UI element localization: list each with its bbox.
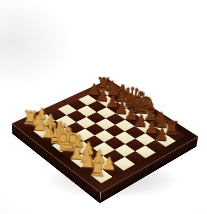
square-e3 (84, 135, 105, 148)
product-photo-stage: ♜♞♝♛♚♝♞♜♟♟♟♟♟♟♟♟♟♟♟♟♟♟♟♟♜♞♝♛♚♝♞♜ (0, 0, 207, 214)
square-a1: ♜ (25, 119, 45, 131)
